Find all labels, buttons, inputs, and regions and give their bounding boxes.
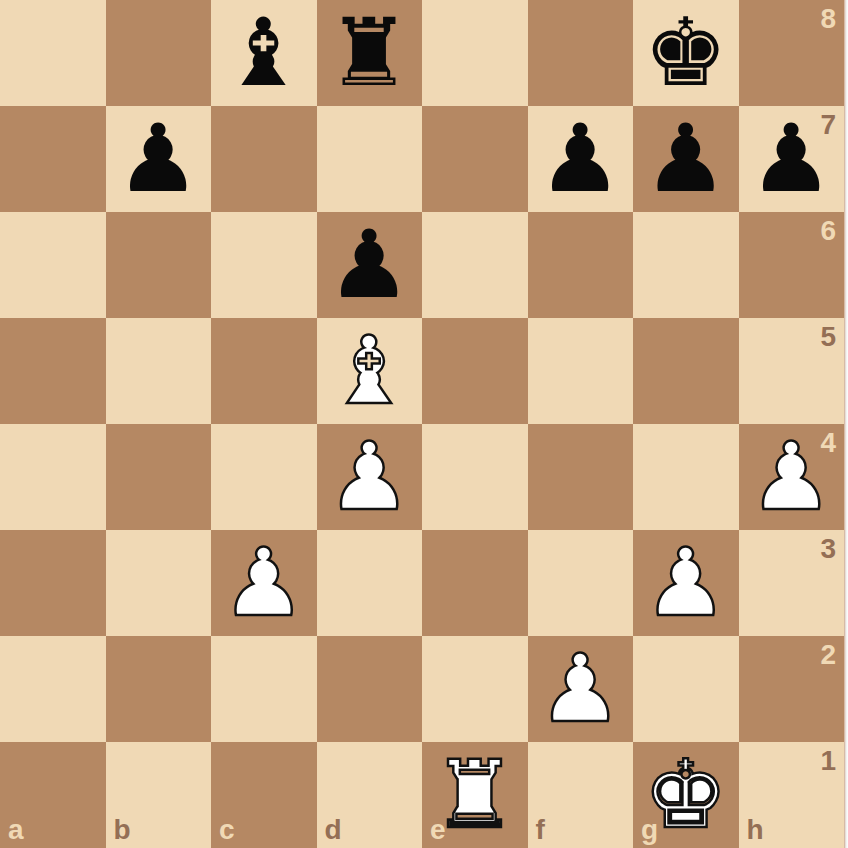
square-a5[interactable] <box>0 318 106 424</box>
square-b7[interactable]: ♟ <box>106 106 212 212</box>
square-d7[interactable] <box>317 106 423 212</box>
chess-board-page: ♝♜♚8♟♟♟7♟♟6♝5♟4♟♟♟3♟2abcde♜fg♚h1 <box>0 0 848 848</box>
square-g2[interactable] <box>633 636 739 742</box>
square-f5[interactable] <box>528 318 634 424</box>
square-c6[interactable] <box>211 212 317 318</box>
square-e7[interactable] <box>422 106 528 212</box>
black-pawn[interactable]: ♟ <box>528 106 634 212</box>
square-a2[interactable] <box>0 636 106 742</box>
white-pawn[interactable]: ♟ <box>317 424 423 530</box>
square-h2[interactable]: 2 <box>739 636 845 742</box>
square-f1[interactable]: f <box>528 742 634 848</box>
square-e5[interactable] <box>422 318 528 424</box>
square-h1[interactable]: h1 <box>739 742 845 848</box>
white-pawn[interactable]: ♟ <box>633 530 739 636</box>
square-c3[interactable]: ♟ <box>211 530 317 636</box>
square-f8[interactable] <box>528 0 634 106</box>
square-e1[interactable]: e♜ <box>422 742 528 848</box>
black-pawn[interactable]: ♟ <box>739 106 845 212</box>
black-king[interactable]: ♚ <box>633 0 739 106</box>
square-a3[interactable] <box>0 530 106 636</box>
rank-label-1: 1 <box>820 747 836 775</box>
square-f6[interactable] <box>528 212 634 318</box>
square-d6[interactable]: ♟ <box>317 212 423 318</box>
square-c8[interactable]: ♝ <box>211 0 317 106</box>
square-d1[interactable]: d <box>317 742 423 848</box>
black-pawn[interactable]: ♟ <box>633 106 739 212</box>
square-d2[interactable] <box>317 636 423 742</box>
chess-board: ♝♜♚8♟♟♟7♟♟6♝5♟4♟♟♟3♟2abcde♜fg♚h1 <box>0 0 844 848</box>
square-e6[interactable] <box>422 212 528 318</box>
rank-label-5: 5 <box>820 323 836 351</box>
file-label-c: c <box>219 816 235 844</box>
rank-label-6: 6 <box>820 217 836 245</box>
white-pawn[interactable]: ♟ <box>528 636 634 742</box>
square-g7[interactable]: ♟ <box>633 106 739 212</box>
square-g4[interactable] <box>633 424 739 530</box>
square-d5[interactable]: ♝ <box>317 318 423 424</box>
square-f2[interactable]: ♟ <box>528 636 634 742</box>
black-rook[interactable]: ♜ <box>317 0 423 106</box>
square-f3[interactable] <box>528 530 634 636</box>
square-b2[interactable] <box>106 636 212 742</box>
square-g5[interactable] <box>633 318 739 424</box>
square-a6[interactable] <box>0 212 106 318</box>
square-b1[interactable]: b <box>106 742 212 848</box>
square-b8[interactable] <box>106 0 212 106</box>
black-pawn[interactable]: ♟ <box>317 212 423 318</box>
rank-label-3: 3 <box>820 535 836 563</box>
file-label-b: b <box>114 816 131 844</box>
square-a8[interactable] <box>0 0 106 106</box>
file-label-d: d <box>325 816 342 844</box>
square-d8[interactable]: ♜ <box>317 0 423 106</box>
square-g1[interactable]: g♚ <box>633 742 739 848</box>
square-e8[interactable] <box>422 0 528 106</box>
rank-label-8: 8 <box>820 5 836 33</box>
white-rook[interactable]: ♜ <box>422 742 528 848</box>
square-e2[interactable] <box>422 636 528 742</box>
square-c2[interactable] <box>211 636 317 742</box>
square-f7[interactable]: ♟ <box>528 106 634 212</box>
rank-label-2: 2 <box>820 641 836 669</box>
square-c4[interactable] <box>211 424 317 530</box>
square-c7[interactable] <box>211 106 317 212</box>
black-pawn[interactable]: ♟ <box>106 106 212 212</box>
square-f4[interactable] <box>528 424 634 530</box>
square-b6[interactable] <box>106 212 212 318</box>
white-bishop[interactable]: ♝ <box>317 318 423 424</box>
square-g3[interactable]: ♟ <box>633 530 739 636</box>
white-king[interactable]: ♚ <box>633 742 739 848</box>
file-label-h: h <box>747 816 764 844</box>
square-g8[interactable]: ♚ <box>633 0 739 106</box>
white-pawn[interactable]: ♟ <box>739 424 845 530</box>
square-e3[interactable] <box>422 530 528 636</box>
square-h8[interactable]: 8 <box>739 0 845 106</box>
page-edge-strip <box>844 0 848 848</box>
square-e4[interactable] <box>422 424 528 530</box>
square-d3[interactable] <box>317 530 423 636</box>
square-h3[interactable]: 3 <box>739 530 845 636</box>
square-a4[interactable] <box>0 424 106 530</box>
square-b5[interactable] <box>106 318 212 424</box>
black-bishop[interactable]: ♝ <box>211 0 317 106</box>
square-h5[interactable]: 5 <box>739 318 845 424</box>
file-label-f: f <box>536 816 545 844</box>
white-pawn[interactable]: ♟ <box>211 530 317 636</box>
square-a7[interactable] <box>0 106 106 212</box>
square-a1[interactable]: a <box>0 742 106 848</box>
square-h4[interactable]: 4♟ <box>739 424 845 530</box>
square-g6[interactable] <box>633 212 739 318</box>
square-b4[interactable] <box>106 424 212 530</box>
square-c5[interactable] <box>211 318 317 424</box>
file-label-a: a <box>8 816 24 844</box>
square-b3[interactable] <box>106 530 212 636</box>
square-d4[interactable]: ♟ <box>317 424 423 530</box>
square-h7[interactable]: 7♟ <box>739 106 845 212</box>
square-c1[interactable]: c <box>211 742 317 848</box>
square-h6[interactable]: 6 <box>739 212 845 318</box>
